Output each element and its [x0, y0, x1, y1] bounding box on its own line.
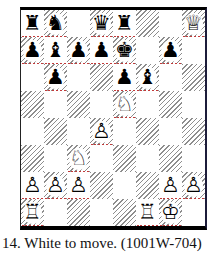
square-b5 [44, 91, 67, 118]
square-h4 [182, 118, 205, 145]
square-e1 [113, 199, 136, 226]
black-pawn: ♟ [159, 37, 182, 64]
black-rook: ♜ [21, 10, 44, 37]
square-h8: ♕ [182, 10, 205, 37]
white-pawn: ♙ [21, 172, 44, 199]
black-pawn: ♟ [44, 64, 67, 91]
square-d5 [90, 91, 113, 118]
piece-baseline-dots [160, 225, 181, 226]
black-queen: ♛ [90, 10, 113, 37]
white-pawn: ♙ [44, 172, 67, 199]
square-b8: ♞ [44, 10, 67, 37]
square-f6: ♝ [136, 64, 159, 91]
square-a5 [21, 91, 44, 118]
black-pawn: ♟ [21, 37, 44, 64]
square-c1 [67, 199, 90, 226]
white-rook: ♖ [21, 199, 44, 226]
square-g1: ♔ [159, 199, 182, 226]
puzzle-caption: 14. White to move. (1001W-704) [2, 235, 218, 252]
black-bishop: ♝ [136, 64, 159, 91]
square-e8: ♜ [113, 10, 136, 37]
piece-baseline-dots [68, 198, 89, 199]
square-f2 [136, 172, 159, 199]
piece-baseline-dots [22, 36, 43, 37]
square-b7: ♝ [44, 37, 67, 64]
square-c7: ♟ [67, 37, 90, 64]
board-grid: ♜♞♛♜♕♟♝♟♟♚♟♟♟♝♘♙♘♙♙♙♙♙♖♖♔ [21, 10, 205, 226]
piece-baseline-dots [22, 63, 43, 64]
black-pawn: ♟ [67, 37, 90, 64]
square-e6: ♟ [113, 64, 136, 91]
piece-baseline-dots [114, 90, 135, 91]
square-g7: ♟ [159, 37, 182, 64]
square-b6: ♟ [44, 64, 67, 91]
square-b3 [44, 145, 67, 172]
square-g8 [159, 10, 182, 37]
square-c5 [67, 91, 90, 118]
piece-baseline-dots [114, 117, 135, 118]
piece-baseline-dots [22, 225, 43, 226]
black-pawn: ♟ [113, 64, 136, 91]
black-pawn: ♟ [90, 37, 113, 64]
square-e3 [113, 145, 136, 172]
square-d2 [90, 172, 113, 199]
square-h2: ♙ [182, 172, 205, 199]
square-a1: ♖ [21, 199, 44, 226]
piece-baseline-dots [137, 90, 158, 91]
white-pawn: ♙ [182, 172, 205, 199]
white-king: ♔ [159, 199, 182, 226]
square-f7 [136, 37, 159, 64]
square-b1 [44, 199, 67, 226]
square-f8 [136, 10, 159, 37]
piece-baseline-dots [137, 225, 158, 226]
puzzle-page: ♜♞♛♜♕♟♝♟♟♚♟♟♟♝♘♙♘♙♙♙♙♙♖♖♔ 14. White to m… [0, 0, 219, 259]
piece-baseline-dots [183, 36, 204, 37]
square-g5 [159, 91, 182, 118]
white-queen: ♕ [182, 10, 205, 37]
square-f1: ♖ [136, 199, 159, 226]
square-d1 [90, 199, 113, 226]
square-e2 [113, 172, 136, 199]
square-c8 [67, 10, 90, 37]
piece-baseline-dots [45, 36, 66, 37]
square-g6 [159, 64, 182, 91]
square-f3 [136, 145, 159, 172]
square-f4 [136, 118, 159, 145]
piece-baseline-dots [91, 144, 112, 145]
black-knight: ♞ [44, 10, 67, 37]
square-a7: ♟ [21, 37, 44, 64]
square-e5: ♘ [113, 91, 136, 118]
piece-baseline-dots [91, 36, 112, 37]
square-h3 [182, 145, 205, 172]
white-pawn: ♙ [159, 172, 182, 199]
piece-baseline-dots [183, 198, 204, 199]
white-rook: ♖ [136, 199, 159, 226]
square-c4 [67, 118, 90, 145]
square-h5 [182, 91, 205, 118]
chess-board: ♜♞♛♜♕♟♝♟♟♚♟♟♟♝♘♙♘♙♙♙♙♙♖♖♔ [20, 7, 207, 230]
piece-baseline-dots [160, 198, 181, 199]
black-king: ♚ [113, 37, 136, 64]
white-pawn: ♙ [90, 118, 113, 145]
square-g3 [159, 145, 182, 172]
square-h1 [182, 199, 205, 226]
square-c6 [67, 64, 90, 91]
square-a6 [21, 64, 44, 91]
square-b4 [44, 118, 67, 145]
piece-baseline-dots [68, 63, 89, 64]
square-d8: ♛ [90, 10, 113, 37]
square-h7 [182, 37, 205, 64]
piece-baseline-dots [45, 90, 66, 91]
square-e4 [113, 118, 136, 145]
white-pawn: ♙ [67, 172, 90, 199]
square-e7: ♚ [113, 37, 136, 64]
square-a3 [21, 145, 44, 172]
square-d3 [90, 145, 113, 172]
square-g4 [159, 118, 182, 145]
square-c2: ♙ [67, 172, 90, 199]
black-bishop: ♝ [44, 37, 67, 64]
square-a2: ♙ [21, 172, 44, 199]
square-d4: ♙ [90, 118, 113, 145]
square-a4 [21, 118, 44, 145]
piece-baseline-dots [45, 63, 66, 64]
piece-baseline-dots [114, 36, 135, 37]
piece-baseline-dots [68, 171, 89, 172]
white-knight: ♘ [67, 145, 90, 172]
piece-baseline-dots [22, 198, 43, 199]
square-f5 [136, 91, 159, 118]
square-a8: ♜ [21, 10, 44, 37]
square-b2: ♙ [44, 172, 67, 199]
piece-baseline-dots [45, 198, 66, 199]
black-rook: ♜ [113, 10, 136, 37]
square-d6 [90, 64, 113, 91]
square-d7: ♟ [90, 37, 113, 64]
square-g2: ♙ [159, 172, 182, 199]
square-c3: ♘ [67, 145, 90, 172]
square-h6 [182, 64, 205, 91]
piece-baseline-dots [91, 63, 112, 64]
piece-baseline-dots [160, 63, 181, 64]
piece-baseline-dots [114, 63, 135, 64]
white-knight: ♘ [113, 91, 136, 118]
